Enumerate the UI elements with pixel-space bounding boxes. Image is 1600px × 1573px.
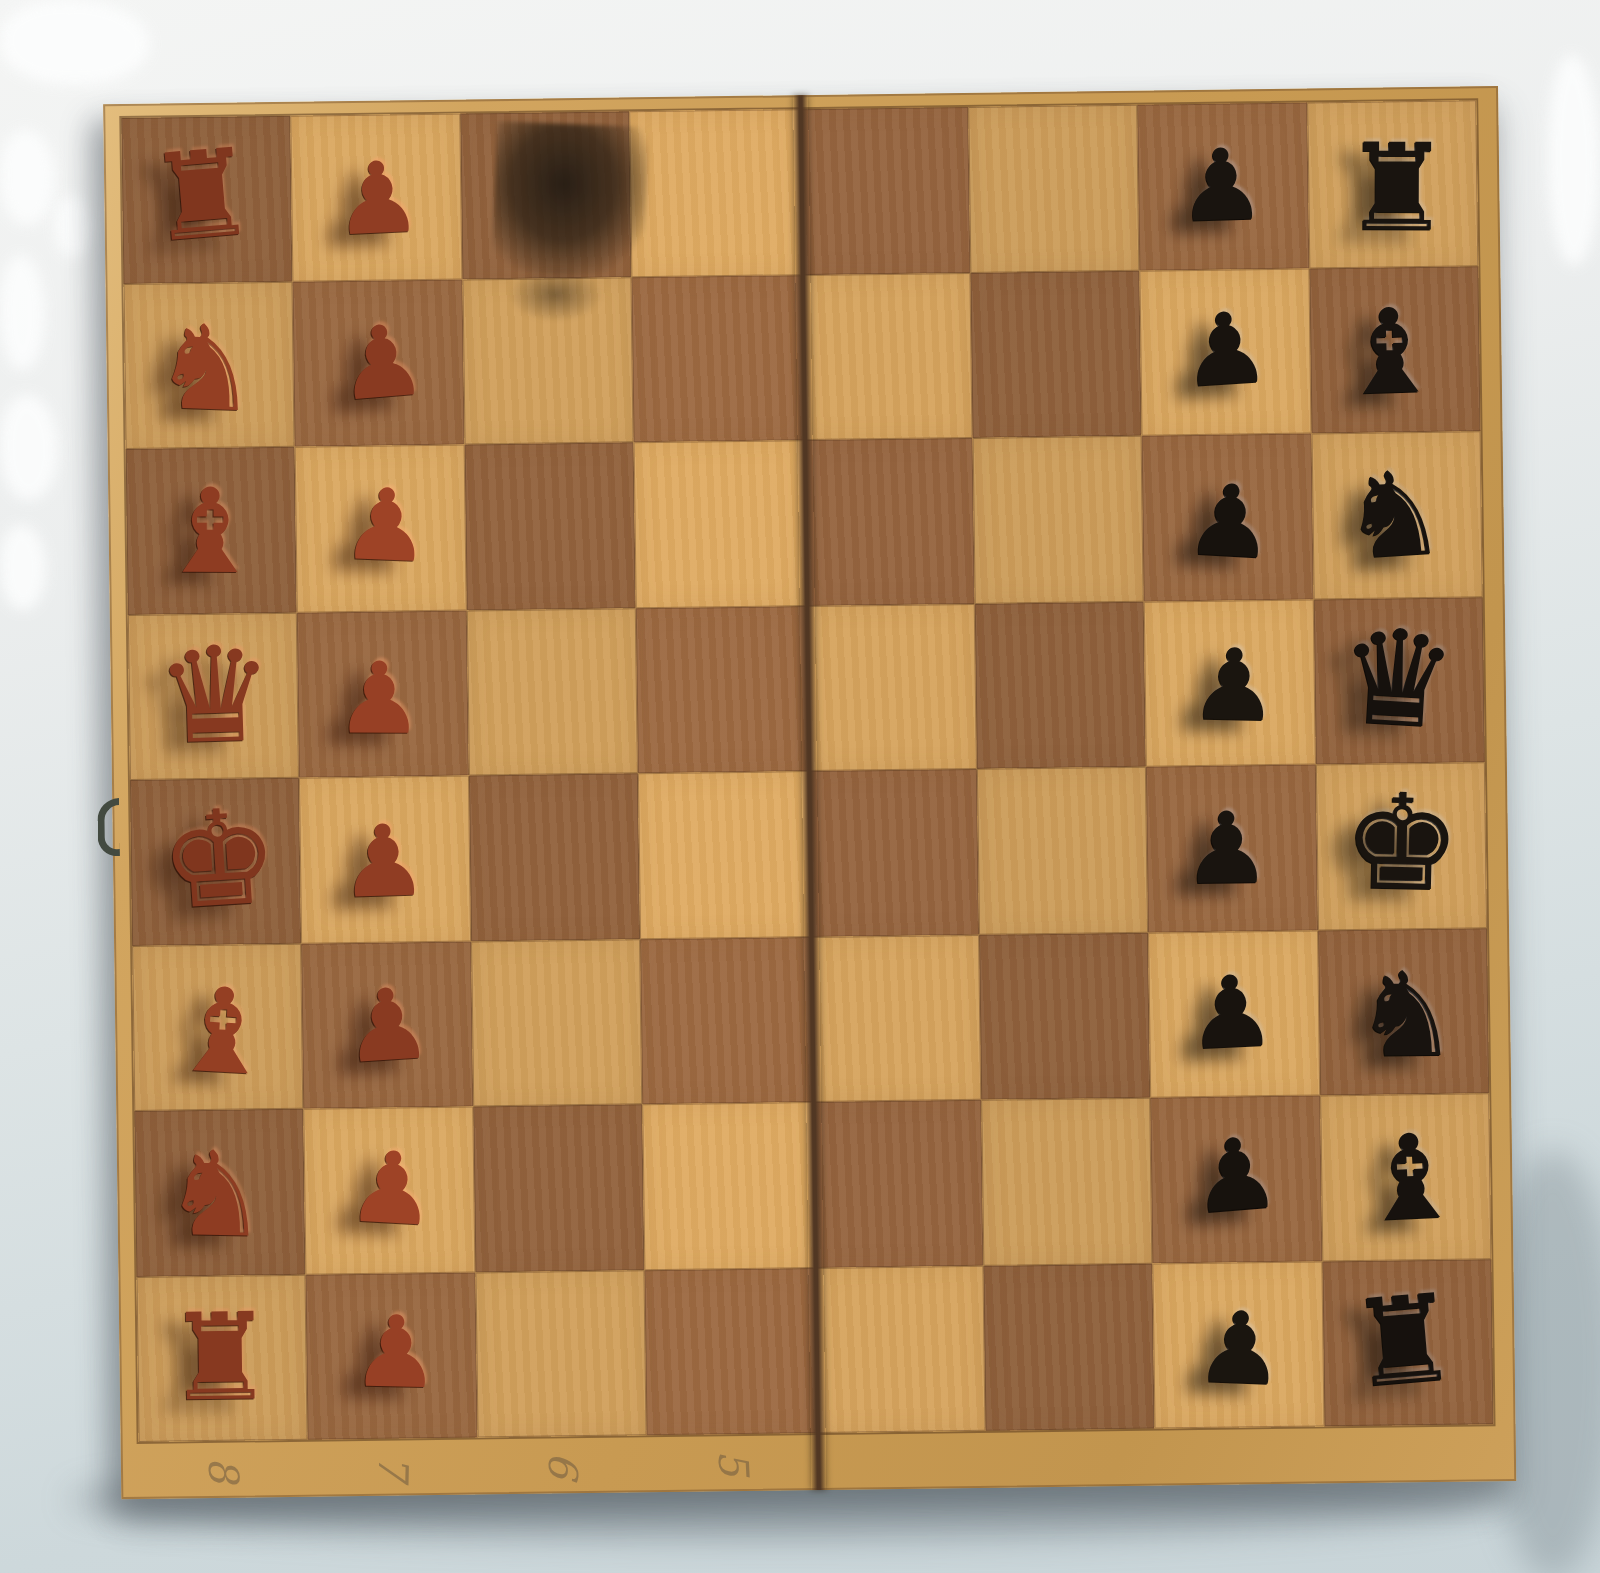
red-pawn[interactable]: ♟ [350, 1301, 441, 1402]
square-r5c6[interactable] [977, 767, 1149, 935]
square-r6c5[interactable] [810, 934, 982, 1102]
red-pawn[interactable]: ♟ [339, 474, 432, 576]
square-r1c1[interactable]: ♜ [121, 116, 293, 284]
black-king[interactable]: ♚ [1342, 775, 1463, 910]
square-r5c7[interactable]: ♟ [1146, 764, 1318, 932]
red-queen[interactable]: ♛ [153, 627, 275, 763]
square-r3c4[interactable] [634, 440, 806, 608]
black-rook[interactable]: ♜ [1343, 128, 1451, 248]
square-r3c5[interactable] [803, 438, 975, 606]
square-r8c4[interactable] [645, 1268, 817, 1436]
square-r6c2[interactable]: ♟ [301, 941, 473, 1109]
square-r2c8[interactable]: ♝ [1309, 266, 1481, 434]
black-pawn[interactable]: ♟ [1193, 1297, 1286, 1399]
square-r5c1[interactable]: ♚ [130, 778, 302, 946]
red-bishop[interactable]: ♝ [158, 473, 263, 590]
black-pawn[interactable]: ♟ [1184, 960, 1277, 1063]
square-r2c6[interactable] [970, 270, 1142, 438]
square-r8c3[interactable] [475, 1270, 647, 1438]
square-r6c7[interactable]: ♟ [1148, 930, 1320, 1098]
square-r6c3[interactable] [471, 939, 643, 1107]
black-pawn[interactable]: ♟ [1182, 798, 1272, 898]
square-r7c4[interactable] [642, 1102, 814, 1270]
square-r6c8[interactable]: ♞ [1318, 928, 1490, 1096]
latch-hook[interactable] [97, 798, 120, 856]
square-r3c1[interactable]: ♝ [126, 447, 298, 615]
light-reflection [0, 525, 46, 610]
square-r5c4[interactable] [638, 771, 810, 939]
red-pawn[interactable]: ♟ [344, 1136, 438, 1240]
light-reflection [1548, 55, 1600, 265]
square-r7c3[interactable] [473, 1104, 645, 1272]
square-r1c7[interactable]: ♟ [1137, 103, 1309, 271]
square-r7c2[interactable]: ♟ [304, 1107, 476, 1275]
red-knight[interactable]: ♞ [152, 308, 261, 429]
square-r6c6[interactable] [979, 932, 1151, 1100]
square-r7c5[interactable] [812, 1100, 984, 1268]
square-r7c7[interactable]: ♟ [1150, 1095, 1322, 1263]
square-r3c7[interactable]: ♟ [1142, 433, 1314, 601]
square-r8c5[interactable] [814, 1265, 986, 1433]
red-bishop[interactable]: ♝ [167, 970, 278, 1093]
square-r4c7[interactable]: ♟ [1144, 599, 1316, 767]
square-r2c7[interactable]: ♟ [1140, 268, 1312, 436]
square-r5c8[interactable]: ♚ [1315, 762, 1487, 930]
square-r2c2[interactable]: ♟ [293, 279, 465, 447]
square-r4c2[interactable]: ♟ [297, 610, 469, 778]
black-pawn[interactable]: ♟ [1188, 634, 1279, 735]
square-r1c8[interactable]: ♜ [1307, 100, 1479, 268]
square-r5c5[interactable] [807, 769, 979, 937]
square-r8c7[interactable]: ♟ [1153, 1261, 1325, 1429]
square-r2c5[interactable] [801, 272, 973, 440]
black-pawn[interactable]: ♟ [1182, 469, 1276, 573]
light-reflection [0, 130, 55, 225]
light-reflection [0, 0, 150, 85]
edge-label-5: 5 [708, 1449, 757, 1477]
square-r2c4[interactable] [632, 275, 804, 443]
chess-board: ♜♟♟♜♞♟♟♝♝♟♟♞♛♟♟♛♚♟♟♚♝♟♟♞♞♟♟♝♜♟♟♜ 8765 [103, 86, 1516, 1499]
square-r4c8[interactable]: ♛ [1313, 597, 1485, 765]
square-r1c5[interactable] [799, 107, 971, 275]
black-queen[interactable]: ♛ [1335, 609, 1461, 747]
square-r8c1[interactable]: ♜ [136, 1274, 308, 1442]
square-r7c6[interactable] [981, 1098, 1153, 1266]
red-knight[interactable]: ♞ [162, 1135, 269, 1254]
square-r7c8[interactable]: ♝ [1320, 1093, 1492, 1261]
square-r4c3[interactable] [467, 608, 639, 776]
square-r8c6[interactable] [983, 1263, 1155, 1431]
red-king[interactable]: ♚ [155, 789, 282, 928]
scene: ♜♟♟♜♞♟♟♝♝♟♟♞♛♟♟♛♚♟♟♚♝♟♟♞♞♟♟♝♜♟♟♜ 8765 [0, 0, 1600, 1573]
square-r4c1[interactable]: ♛ [128, 612, 300, 780]
square-r5c3[interactable] [469, 773, 641, 941]
red-rook[interactable]: ♜ [166, 1297, 275, 1418]
square-r3c6[interactable] [972, 436, 1144, 604]
square-r4c5[interactable] [805, 603, 977, 771]
red-pawn[interactable]: ♟ [337, 811, 429, 913]
light-reflection [55, 195, 93, 257]
black-pawn[interactable]: ♟ [1178, 297, 1273, 402]
square-r5c2[interactable]: ♟ [299, 776, 471, 944]
red-pawn[interactable]: ♟ [331, 147, 424, 250]
square-r4c4[interactable] [636, 606, 808, 774]
black-knight[interactable]: ♞ [1353, 955, 1459, 1073]
board-stain [492, 121, 650, 277]
edge-label-6: 6 [538, 1450, 588, 1480]
edge-label-7: 7 [369, 1454, 418, 1481]
light-reflection [0, 395, 58, 500]
red-pawn[interactable]: ♟ [340, 973, 435, 1078]
red-rook[interactable]: ♜ [143, 131, 260, 259]
black-rook[interactable]: ♜ [1345, 1277, 1462, 1405]
light-reflection [0, 255, 45, 370]
black-pawn[interactable]: ♟ [1187, 1122, 1284, 1228]
square-r6c1[interactable]: ♝ [132, 943, 304, 1111]
edge-label-8: 8 [198, 1456, 247, 1484]
square-r2c1[interactable]: ♞ [123, 281, 295, 449]
square-r1c6[interactable] [968, 105, 1140, 273]
square-r8c8[interactable]: ♜ [1322, 1259, 1494, 1427]
square-r3c2[interactable]: ♟ [295, 445, 467, 613]
black-knight[interactable]: ♞ [1338, 453, 1450, 577]
red-pawn[interactable]: ♟ [334, 648, 423, 747]
black-pawn[interactable]: ♟ [1175, 135, 1267, 237]
red-pawn[interactable]: ♟ [333, 309, 430, 415]
square-r1c2[interactable]: ♟ [291, 114, 463, 282]
square-r1c4[interactable] [629, 109, 801, 277]
black-bishop[interactable]: ♝ [1336, 292, 1444, 412]
black-bishop[interactable]: ♝ [1355, 1117, 1465, 1239]
square-r3c3[interactable] [464, 442, 636, 610]
square-r3c8[interactable]: ♞ [1311, 431, 1483, 599]
square-r6c4[interactable] [640, 937, 812, 1105]
square-r7c1[interactable]: ♞ [134, 1109, 306, 1277]
square-r8c2[interactable]: ♟ [306, 1272, 478, 1440]
square-r4c6[interactable] [975, 601, 1147, 769]
